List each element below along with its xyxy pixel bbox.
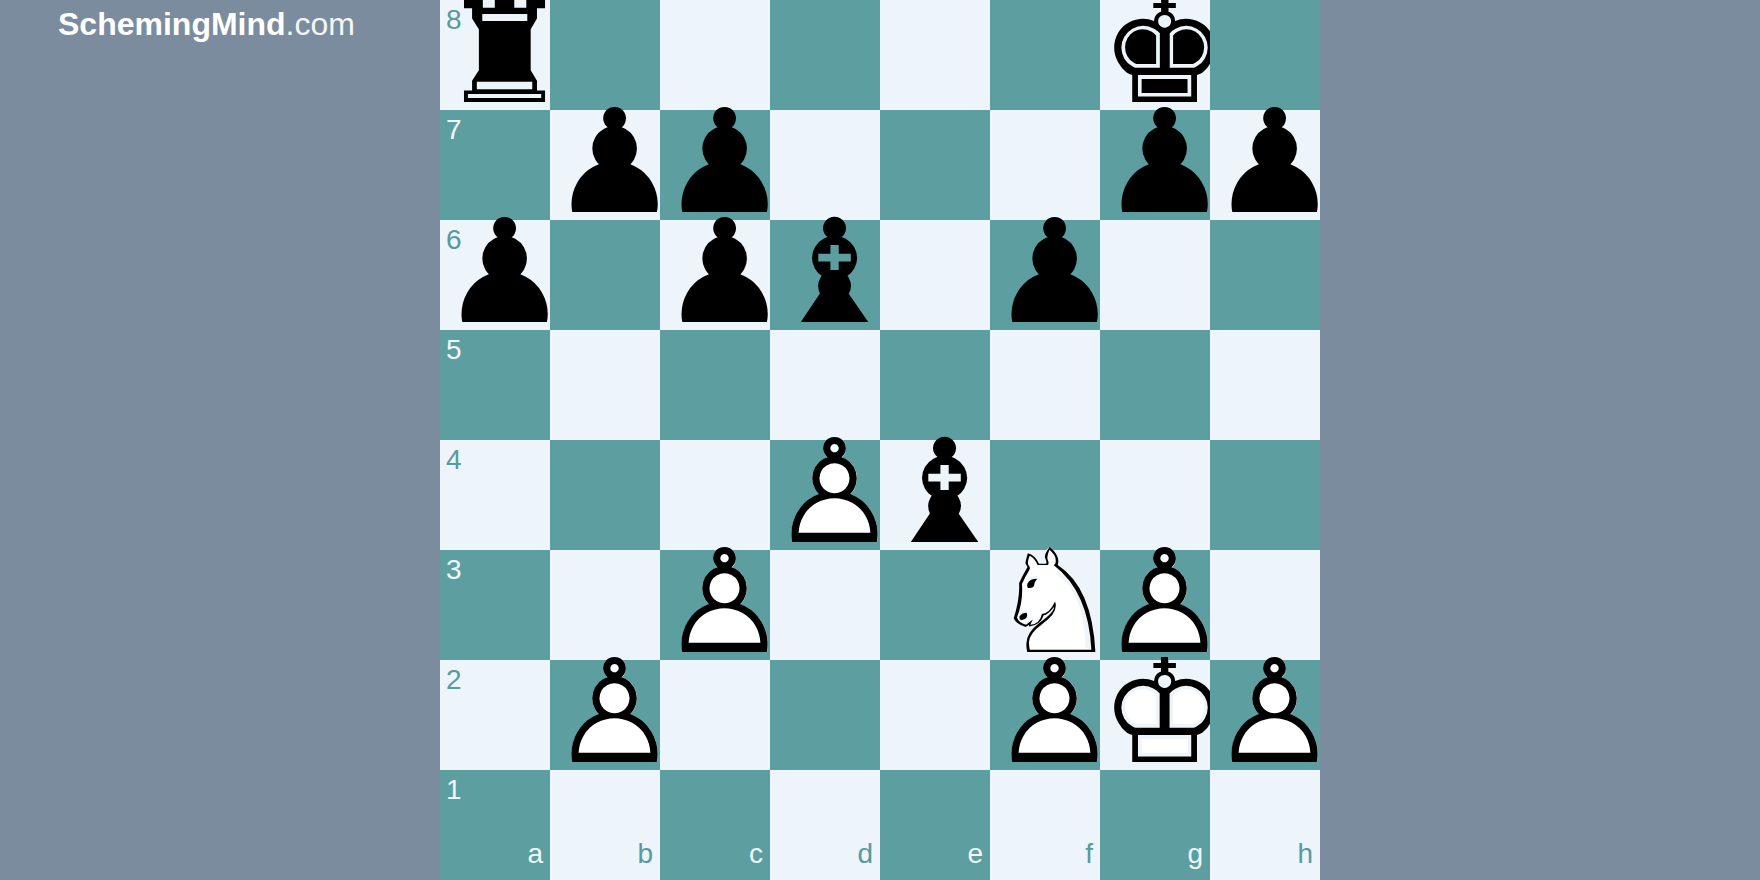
file-label-b: b [637, 840, 653, 868]
square-c6[interactable]: ♟ [660, 220, 770, 330]
square-d6[interactable]: ♝ [770, 220, 880, 330]
file-label-g: g [1187, 840, 1203, 868]
square-b6[interactable] [550, 220, 660, 330]
rank-label-5: 5 [446, 336, 462, 364]
square-e7[interactable] [880, 110, 990, 220]
white-pawn-fill: ♟ [990, 657, 1100, 767]
white-pawn-outline: ♙ [990, 657, 1100, 767]
square-d4[interactable]: ♟♙ [770, 440, 880, 550]
black-pawn-glyph: ♟ [440, 217, 550, 327]
site-logo-brand: SchemingMind [58, 6, 286, 42]
rank-label-4: 4 [446, 446, 462, 474]
site-logo-suffix: .com [286, 6, 355, 42]
square-d8[interactable] [770, 0, 880, 110]
black-bishop[interactable]: ♝ [770, 220, 880, 330]
square-a3[interactable]: 3 [440, 550, 550, 660]
square-a2[interactable]: 2 [440, 660, 550, 770]
square-d2[interactable] [770, 660, 880, 770]
file-label-h: h [1297, 840, 1313, 868]
black-pawn-glyph: ♟ [1100, 107, 1210, 217]
square-a4[interactable]: 4 [440, 440, 550, 550]
square-f8[interactable] [990, 0, 1100, 110]
white-pawn-outline: ♙ [1210, 657, 1320, 767]
square-h2[interactable]: ♟♙ [1210, 660, 1320, 770]
square-h8[interactable] [1210, 0, 1320, 110]
black-rook-glyph: ♜ [440, 0, 550, 107]
square-g5[interactable] [1100, 330, 1210, 440]
square-g2[interactable]: ♚♔ [1100, 660, 1210, 770]
square-e1[interactable]: e [880, 770, 990, 880]
square-b4[interactable] [550, 440, 660, 550]
square-e3[interactable] [880, 550, 990, 660]
square-d5[interactable] [770, 330, 880, 440]
square-c5[interactable] [660, 330, 770, 440]
square-c7[interactable]: ♟ [660, 110, 770, 220]
square-h4[interactable] [1210, 440, 1320, 550]
square-h3[interactable] [1210, 550, 1320, 660]
white-pawn-fill: ♟ [770, 437, 880, 547]
black-pawn[interactable]: ♟ [550, 110, 660, 220]
white-pawn-fill: ♟ [1100, 547, 1210, 657]
white-pawn-fill: ♟ [660, 547, 770, 657]
black-pawn[interactable]: ♟ [990, 220, 1100, 330]
square-h1[interactable]: h [1210, 770, 1320, 880]
square-e8[interactable] [880, 0, 990, 110]
square-b2[interactable]: ♟♙ [550, 660, 660, 770]
square-a6[interactable]: 6♟ [440, 220, 550, 330]
rank-label-7: 7 [446, 116, 462, 144]
white-pawn[interactable]: ♟♙ [1100, 550, 1210, 660]
square-c1[interactable]: c [660, 770, 770, 880]
white-king[interactable]: ♚♔ [1100, 660, 1210, 770]
white-knight-fill: ♞ [990, 547, 1100, 657]
square-d3[interactable] [770, 550, 880, 660]
square-f6[interactable]: ♟ [990, 220, 1100, 330]
black-pawn-glyph: ♟ [660, 107, 770, 217]
black-rook[interactable]: ♜ [440, 0, 550, 110]
file-label-c: c [749, 840, 763, 868]
black-pawn[interactable]: ♟ [440, 220, 550, 330]
chess-board: 8♜♚7♟♟♟♟6♟♟♝♟54♟♙♝3♟♙♞♘♟♙2♟♙♟♙♚♔♟♙1abcde… [440, 0, 1320, 880]
square-e2[interactable] [880, 660, 990, 770]
black-pawn[interactable]: ♟ [1210, 110, 1320, 220]
black-pawn-glyph: ♟ [990, 217, 1100, 327]
square-g4[interactable] [1100, 440, 1210, 550]
square-c3[interactable]: ♟♙ [660, 550, 770, 660]
square-a8[interactable]: 8♜ [440, 0, 550, 110]
square-g1[interactable]: g [1100, 770, 1210, 880]
square-g7[interactable]: ♟ [1100, 110, 1210, 220]
white-pawn[interactable]: ♟♙ [1210, 660, 1320, 770]
square-g3[interactable]: ♟♙ [1100, 550, 1210, 660]
square-e5[interactable] [880, 330, 990, 440]
file-label-f: f [1085, 840, 1093, 868]
white-pawn-fill: ♟ [1210, 657, 1320, 767]
square-f5[interactable] [990, 330, 1100, 440]
white-pawn[interactable]: ♟♙ [660, 550, 770, 660]
black-pawn-glyph: ♟ [550, 107, 660, 217]
white-pawn[interactable]: ♟♙ [990, 660, 1100, 770]
white-knight-outline: ♘ [990, 547, 1100, 657]
square-b3[interactable] [550, 550, 660, 660]
file-label-d: d [857, 840, 873, 868]
square-a1[interactable]: 1a [440, 770, 550, 880]
square-b7[interactable]: ♟ [550, 110, 660, 220]
square-f2[interactable]: ♟♙ [990, 660, 1100, 770]
rank-label-1: 1 [446, 776, 462, 804]
site-logo[interactable]: SchemingMind.com [58, 6, 355, 43]
white-pawn-outline: ♙ [1100, 547, 1210, 657]
square-f4[interactable] [990, 440, 1100, 550]
square-h6[interactable] [1210, 220, 1320, 330]
white-king-outline: ♔ [1100, 657, 1210, 767]
square-c2[interactable] [660, 660, 770, 770]
square-f3[interactable]: ♞♘ [990, 550, 1100, 660]
black-pawn[interactable]: ♟ [1100, 110, 1210, 220]
black-pawn-glyph: ♟ [660, 217, 770, 327]
file-label-a: a [527, 840, 543, 868]
black-king-glyph: ♚ [1100, 0, 1210, 107]
white-pawn-fill: ♟ [550, 657, 660, 767]
square-a7[interactable]: 7 [440, 110, 550, 220]
white-king-fill: ♚ [1100, 657, 1210, 767]
square-b1[interactable]: b [550, 770, 660, 880]
square-f1[interactable]: f [990, 770, 1100, 880]
square-g6[interactable] [1100, 220, 1210, 330]
black-bishop-glyph: ♝ [770, 217, 880, 327]
black-bishop-glyph: ♝ [880, 437, 990, 547]
black-pawn-glyph: ♟ [1210, 107, 1320, 217]
square-c8[interactable] [660, 0, 770, 110]
square-d1[interactable]: d [770, 770, 880, 880]
white-pawn[interactable]: ♟♙ [550, 660, 660, 770]
square-b8[interactable] [550, 0, 660, 110]
square-h5[interactable] [1210, 330, 1320, 440]
square-g8[interactable]: ♚ [1100, 0, 1210, 110]
square-f7[interactable] [990, 110, 1100, 220]
white-pawn-outline: ♙ [550, 657, 660, 767]
square-c4[interactable] [660, 440, 770, 550]
black-pawn[interactable]: ♟ [660, 220, 770, 330]
square-b5[interactable] [550, 330, 660, 440]
rank-label-2: 2 [446, 666, 462, 694]
square-h7[interactable]: ♟ [1210, 110, 1320, 220]
square-e4[interactable]: ♝ [880, 440, 990, 550]
square-e6[interactable] [880, 220, 990, 330]
file-label-e: e [967, 840, 983, 868]
white-pawn[interactable]: ♟♙ [770, 440, 880, 550]
white-pawn-outline: ♙ [770, 437, 880, 547]
white-knight[interactable]: ♞♘ [990, 550, 1100, 660]
square-a5[interactable]: 5 [440, 330, 550, 440]
black-bishop[interactable]: ♝ [880, 440, 990, 550]
black-king[interactable]: ♚ [1100, 0, 1210, 110]
white-pawn-outline: ♙ [660, 547, 770, 657]
black-pawn[interactable]: ♟ [660, 110, 770, 220]
square-d7[interactable] [770, 110, 880, 220]
rank-label-3: 3 [446, 556, 462, 584]
